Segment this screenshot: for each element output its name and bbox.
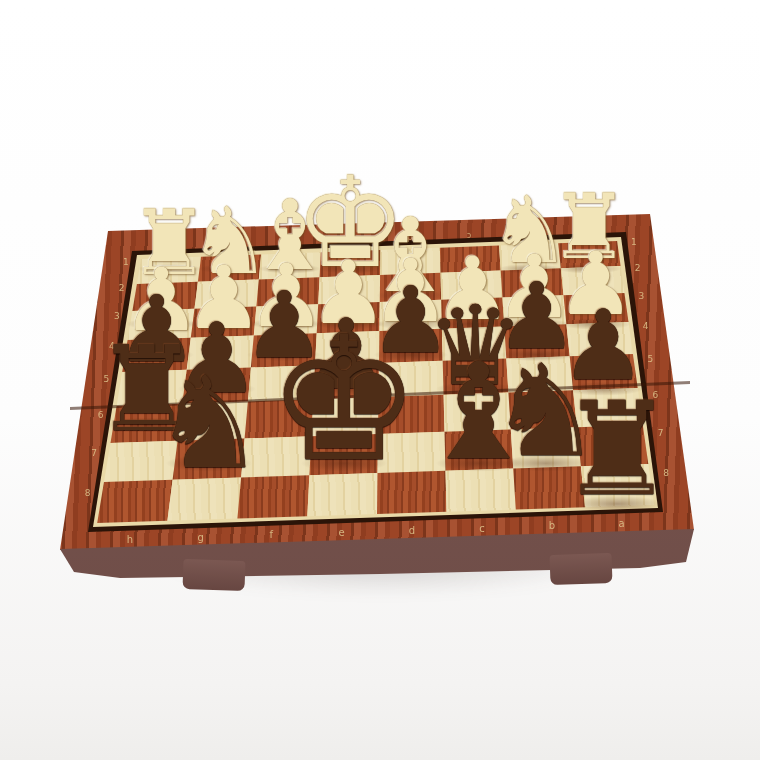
piece-black-king-e7[interactable]: ♚ <box>267 315 421 487</box>
rank-label-right-2: 2 <box>635 263 641 273</box>
photo-scene: hgfedcbahgfedcba1234567812345678 ♜♞♝♚♞♜♟… <box>0 0 760 760</box>
file-label-near-g: g <box>197 531 203 542</box>
rank-label-left-8: 8 <box>85 488 91 498</box>
piece-black-knight-g7[interactable]: ♞ <box>152 360 266 487</box>
board-foot-left <box>182 559 245 591</box>
piece-black-bishop-c7[interactable]: ♝ <box>419 345 538 478</box>
piece-black-rook-a8[interactable]: ♜ <box>559 385 675 514</box>
file-label-near-c: c <box>479 522 485 533</box>
file-label-near-b: b <box>549 520 555 531</box>
file-label-near-f: f <box>269 529 273 540</box>
file-label-near-h: h <box>127 533 133 544</box>
rank-label-right-5: 5 <box>647 354 653 364</box>
file-label-near-e: e <box>339 527 345 538</box>
board-foot-right <box>549 553 612 585</box>
file-label-near-d: d <box>409 524 415 535</box>
